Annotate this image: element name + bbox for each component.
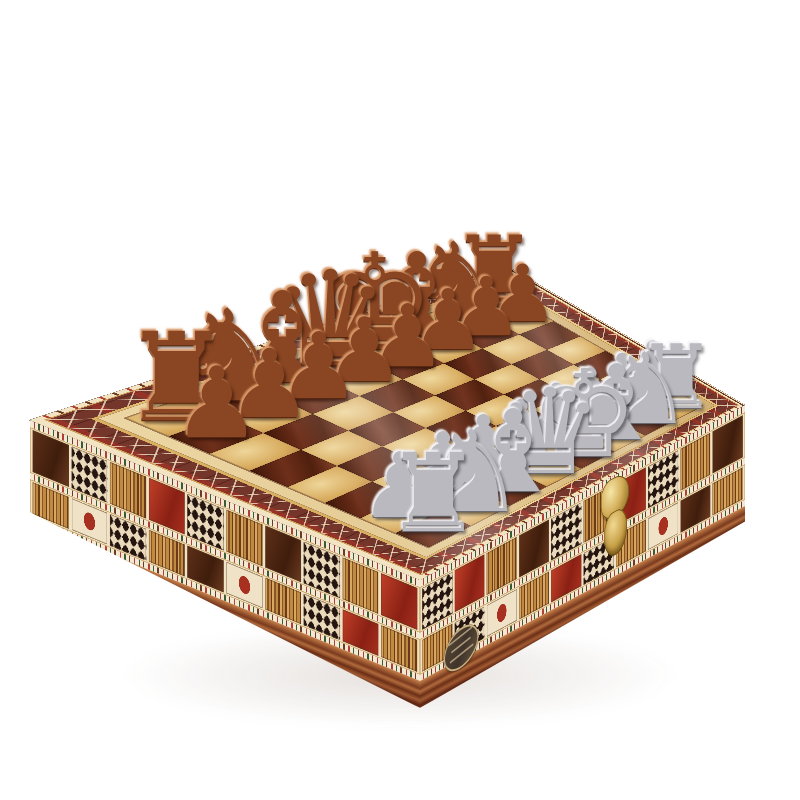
piece-white-rook-a1[interactable]: ♜ [385,440,483,549]
chess-set-photo: ♜♞♝♛♚♝♞♜♟♟♟♟♟♟♟♟♟♟♟♟♟♟♟♟♜♞♝♛♚♝♞♜ [0,0,800,800]
piece-black-pawn-a7[interactable]: ♟ [173,354,261,452]
pieces-layer: ♜♞♝♛♚♝♞♜♟♟♟♟♟♟♟♟♟♟♟♟♟♟♟♟♜♞♝♛♚♝♞♜ [0,0,800,800]
